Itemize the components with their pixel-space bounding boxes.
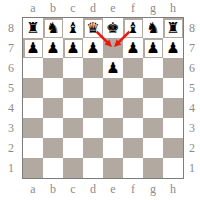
file-label-a: a [23,181,43,197]
black-pawn-d7: ♟ [85,40,102,57]
rank-label-5: 5 [183,78,200,98]
black-pawn-a7: ♟ [25,40,42,57]
square-h5 [163,78,183,98]
square-b3 [43,118,63,138]
black-pawn-h7: ♟ [165,40,182,57]
file-label-d: d [83,181,103,197]
square-g6 [143,58,163,78]
file-label-e: e [103,181,123,197]
square-h2 [163,138,183,158]
rank-label-5: 5 [2,78,20,98]
file-label-e: e [103,0,123,16]
square-f6 [123,58,143,78]
rank-label-1: 1 [183,158,200,178]
file-labels-top: abcdefgh [23,0,183,16]
square-f3 [123,118,143,138]
square-f8: ♝ [123,18,143,38]
square-c7: ♟ [63,38,83,58]
square-h6 [163,58,183,78]
black-pawn-b7: ♟ [45,40,62,57]
rank-label-7: 7 [2,38,20,58]
file-label-b: b [43,0,63,16]
rank-label-2: 2 [2,138,20,158]
square-f1 [123,158,143,178]
square-c6 [63,58,83,78]
square-f4 [123,98,143,118]
square-e1 [103,158,123,178]
square-b2 [43,138,63,158]
square-g1 [143,158,163,178]
square-c3 [63,118,83,138]
file-label-h: h [163,0,183,16]
square-a1 [23,158,43,178]
square-c1 [63,158,83,178]
black-pawn-c7: ♟ [65,40,82,57]
file-label-h: h [163,181,183,197]
square-a7: ♟ [23,38,43,58]
file-label-f: f [123,181,143,197]
square-h3 [163,118,183,138]
file-label-d: d [83,0,103,16]
black-pawn-g7: ♟ [145,40,162,57]
black-queen-d8: ♛ [85,20,102,37]
square-d8: ♛ [83,18,103,38]
rank-label-2: 2 [183,138,200,158]
square-a4 [23,98,43,118]
square-a3 [23,118,43,138]
square-h8: ♜ [163,18,183,38]
file-label-f: f [123,0,143,16]
square-f2 [123,138,143,158]
file-label-g: g [143,0,163,16]
black-bishop-f8: ♝ [125,20,142,37]
black-knight-b8: ♞ [45,20,62,37]
square-g8: ♞ [143,18,163,38]
square-h4 [163,98,183,118]
chessboard: ♜♞♝♛♚♝♞♜♟♟♟♟♟♟♟♟ [22,17,184,179]
square-e7 [103,38,123,58]
black-rook-a8: ♜ [25,20,42,37]
file-labels-bottom: abcdefgh [23,181,183,197]
file-label-a: a [23,0,43,16]
rank-label-3: 3 [183,118,200,138]
square-e5 [103,78,123,98]
square-f7: ♟ [123,38,143,58]
rank-label-8: 8 [2,18,20,38]
rank-labels-left: 87654321 [2,18,20,178]
square-g4 [143,98,163,118]
rank-label-8: 8 [183,18,200,38]
black-pawn-f7: ♟ [125,40,142,57]
square-d1 [83,158,103,178]
black-rook-h8: ♜ [165,20,182,37]
square-c2 [63,138,83,158]
square-e6: ♟ [103,58,123,78]
square-b7: ♟ [43,38,63,58]
rank-label-6: 6 [2,58,20,78]
square-a6 [23,58,43,78]
square-c8: ♝ [63,18,83,38]
square-g5 [143,78,163,98]
square-d4 [83,98,103,118]
square-c5 [63,78,83,98]
square-c4 [63,98,83,118]
black-knight-g8: ♞ [145,20,162,37]
square-e3 [103,118,123,138]
square-h1 [163,158,183,178]
black-pawn-e6: ♟ [105,60,122,77]
file-label-c: c [63,181,83,197]
square-h7: ♟ [163,38,183,58]
square-d3 [83,118,103,138]
black-king-e8: ♚ [105,20,122,37]
square-d6 [83,58,103,78]
square-a2 [23,138,43,158]
square-d7: ♟ [83,38,103,58]
square-b5 [43,78,63,98]
square-b6 [43,58,63,78]
rank-label-6: 6 [183,58,200,78]
square-g3 [143,118,163,138]
chess-diagram: abcdefgh 87654321 ♜♞♝♛♚♝♞♜♟♟♟♟♟♟♟♟ 87654… [0,0,200,200]
square-g2 [143,138,163,158]
rank-label-3: 3 [2,118,20,138]
square-a8: ♜ [23,18,43,38]
file-label-b: b [43,181,63,197]
square-a5 [23,78,43,98]
rank-label-1: 1 [2,158,20,178]
rank-label-4: 4 [183,98,200,118]
black-bishop-c8: ♝ [65,20,82,37]
file-label-c: c [63,0,83,16]
square-f5 [123,78,143,98]
square-b4 [43,98,63,118]
rank-labels-right: 87654321 [183,18,200,178]
square-b1 [43,158,63,178]
file-label-g: g [143,181,163,197]
square-d5 [83,78,103,98]
square-e2 [103,138,123,158]
square-e4 [103,98,123,118]
rank-label-7: 7 [183,38,200,58]
square-d2 [83,138,103,158]
square-g7: ♟ [143,38,163,58]
rank-label-4: 4 [2,98,20,118]
square-b8: ♞ [43,18,63,38]
square-e8: ♚ [103,18,123,38]
